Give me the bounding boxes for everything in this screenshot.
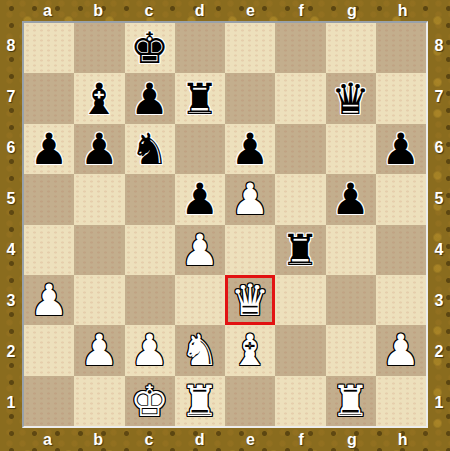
square-g2[interactable] bbox=[326, 325, 376, 375]
rank-labels-left: 87654321 bbox=[0, 21, 22, 428]
square-g5[interactable]: ♟ bbox=[326, 174, 376, 224]
square-b1[interactable] bbox=[74, 376, 124, 426]
rank-label-4: 4 bbox=[428, 225, 450, 276]
square-h2[interactable]: ♟ bbox=[376, 325, 426, 375]
piece-black-pawn[interactable]: ♟ bbox=[80, 124, 119, 174]
rank-label-5: 5 bbox=[428, 174, 450, 225]
square-e7[interactable] bbox=[225, 73, 275, 123]
square-g4[interactable] bbox=[326, 225, 376, 275]
square-b5[interactable] bbox=[74, 174, 124, 224]
square-d4[interactable]: ♟ bbox=[175, 225, 225, 275]
square-d7[interactable]: ♜ bbox=[175, 73, 225, 123]
piece-black-bishop[interactable]: ♝ bbox=[80, 74, 119, 124]
rank-label-7: 7 bbox=[0, 72, 22, 123]
square-b6[interactable]: ♟ bbox=[74, 124, 124, 174]
file-label-b: b bbox=[73, 428, 124, 451]
square-a8[interactable] bbox=[24, 23, 74, 73]
piece-white-pawn[interactable]: ♟ bbox=[30, 275, 69, 325]
rank-label-6: 6 bbox=[428, 123, 450, 174]
rank-label-1: 1 bbox=[428, 377, 450, 428]
square-d2[interactable]: ♞ bbox=[175, 325, 225, 375]
square-c1[interactable]: ♚ bbox=[125, 376, 175, 426]
rank-label-6: 6 bbox=[0, 123, 22, 174]
file-label-a: a bbox=[22, 428, 73, 451]
file-label-g: g bbox=[327, 0, 378, 21]
piece-white-bishop[interactable]: ♝ bbox=[231, 325, 270, 375]
square-g1[interactable]: ♜ bbox=[326, 376, 376, 426]
square-g3[interactable] bbox=[326, 275, 376, 325]
square-h8[interactable] bbox=[376, 23, 426, 73]
square-e2[interactable]: ♝ bbox=[225, 325, 275, 375]
piece-black-pawn[interactable]: ♟ bbox=[181, 174, 220, 224]
piece-black-pawn[interactable]: ♟ bbox=[382, 124, 421, 174]
square-h1[interactable] bbox=[376, 376, 426, 426]
piece-white-king[interactable]: ♚ bbox=[130, 376, 169, 426]
square-e6[interactable]: ♟ bbox=[225, 124, 275, 174]
square-a6[interactable]: ♟ bbox=[24, 124, 74, 174]
square-f2[interactable] bbox=[275, 325, 325, 375]
piece-white-rook[interactable]: ♜ bbox=[181, 376, 220, 426]
square-a5[interactable] bbox=[24, 174, 74, 224]
square-c4[interactable] bbox=[125, 225, 175, 275]
square-d5[interactable]: ♟ bbox=[175, 174, 225, 224]
square-h5[interactable] bbox=[376, 174, 426, 224]
piece-black-pawn[interactable]: ♟ bbox=[130, 74, 169, 124]
square-h3[interactable] bbox=[376, 275, 426, 325]
file-label-b: b bbox=[73, 0, 124, 21]
square-b8[interactable] bbox=[74, 23, 124, 73]
square-e8[interactable] bbox=[225, 23, 275, 73]
rank-label-1: 1 bbox=[0, 377, 22, 428]
file-labels-bottom: abcdefgh bbox=[22, 428, 428, 451]
square-d3[interactable] bbox=[175, 275, 225, 325]
file-label-e: e bbox=[225, 428, 276, 451]
square-b3[interactable] bbox=[74, 275, 124, 325]
file-label-f: f bbox=[276, 0, 327, 21]
chessboard-frame: abcdefgh abcdefgh 87654321 87654321 ♚♝♟♜… bbox=[0, 0, 450, 451]
piece-white-queen[interactable]: ♛ bbox=[231, 275, 270, 325]
square-f3[interactable] bbox=[275, 275, 325, 325]
square-d6[interactable] bbox=[175, 124, 225, 174]
square-e1[interactable] bbox=[225, 376, 275, 426]
file-label-f: f bbox=[276, 428, 327, 451]
file-labels-top: abcdefgh bbox=[22, 0, 428, 21]
file-label-c: c bbox=[124, 0, 175, 21]
rank-label-8: 8 bbox=[428, 21, 450, 72]
piece-black-pawn[interactable]: ♟ bbox=[331, 174, 370, 224]
rank-label-2: 2 bbox=[428, 326, 450, 377]
square-f7[interactable] bbox=[275, 73, 325, 123]
piece-white-knight[interactable]: ♞ bbox=[181, 325, 220, 375]
piece-white-pawn[interactable]: ♟ bbox=[231, 174, 270, 224]
square-h6[interactable]: ♟ bbox=[376, 124, 426, 174]
piece-black-pawn[interactable]: ♟ bbox=[231, 124, 270, 174]
piece-black-knight[interactable]: ♞ bbox=[130, 124, 169, 174]
piece-black-rook[interactable]: ♜ bbox=[181, 74, 220, 124]
rank-label-2: 2 bbox=[0, 326, 22, 377]
square-d1[interactable]: ♜ bbox=[175, 376, 225, 426]
square-c6[interactable]: ♞ bbox=[125, 124, 175, 174]
piece-white-pawn[interactable]: ♟ bbox=[130, 325, 169, 375]
piece-black-pawn[interactable]: ♟ bbox=[30, 124, 69, 174]
square-c7[interactable]: ♟ bbox=[125, 73, 175, 123]
square-c5[interactable] bbox=[125, 174, 175, 224]
file-label-g: g bbox=[327, 428, 378, 451]
rank-label-5: 5 bbox=[0, 174, 22, 225]
piece-white-pawn[interactable]: ♟ bbox=[382, 325, 421, 375]
square-a1[interactable] bbox=[24, 376, 74, 426]
square-f8[interactable] bbox=[275, 23, 325, 73]
square-b2[interactable]: ♟ bbox=[74, 325, 124, 375]
square-c2[interactable]: ♟ bbox=[125, 325, 175, 375]
file-label-h: h bbox=[377, 428, 428, 451]
square-g8[interactable] bbox=[326, 23, 376, 73]
square-f5[interactable] bbox=[275, 174, 325, 224]
square-c3[interactable] bbox=[125, 275, 175, 325]
square-b7[interactable]: ♝ bbox=[74, 73, 124, 123]
square-g7[interactable]: ♛ bbox=[326, 73, 376, 123]
square-c8[interactable]: ♚ bbox=[125, 23, 175, 73]
square-e4[interactable] bbox=[225, 225, 275, 275]
square-a3[interactable]: ♟ bbox=[24, 275, 74, 325]
file-label-h: h bbox=[377, 0, 428, 21]
piece-black-king[interactable]: ♚ bbox=[130, 23, 169, 73]
rank-label-7: 7 bbox=[428, 72, 450, 123]
square-f4[interactable]: ♜ bbox=[275, 225, 325, 275]
square-a2[interactable] bbox=[24, 325, 74, 375]
square-a7[interactable] bbox=[24, 73, 74, 123]
square-f1[interactable] bbox=[275, 376, 325, 426]
rank-label-4: 4 bbox=[0, 225, 22, 276]
piece-white-pawn[interactable]: ♟ bbox=[181, 225, 220, 275]
rank-label-3: 3 bbox=[0, 275, 22, 326]
square-d8[interactable] bbox=[175, 23, 225, 73]
file-label-d: d bbox=[174, 0, 225, 21]
rank-labels-right: 87654321 bbox=[428, 21, 450, 428]
rank-label-8: 8 bbox=[0, 21, 22, 72]
square-h7[interactable] bbox=[376, 73, 426, 123]
file-label-e: e bbox=[225, 0, 276, 21]
square-f6[interactable] bbox=[275, 124, 325, 174]
square-h4[interactable] bbox=[376, 225, 426, 275]
file-label-d: d bbox=[174, 428, 225, 451]
file-label-a: a bbox=[22, 0, 73, 21]
square-b4[interactable] bbox=[74, 225, 124, 275]
square-e5[interactable]: ♟ bbox=[225, 174, 275, 224]
square-e3[interactable]: ♛ bbox=[225, 275, 275, 325]
file-label-c: c bbox=[124, 428, 175, 451]
piece-black-rook[interactable]: ♜ bbox=[281, 225, 320, 275]
square-g6[interactable] bbox=[326, 124, 376, 174]
rank-label-3: 3 bbox=[428, 275, 450, 326]
piece-white-pawn[interactable]: ♟ bbox=[80, 325, 119, 375]
piece-white-rook[interactable]: ♜ bbox=[331, 376, 370, 426]
square-a4[interactable] bbox=[24, 225, 74, 275]
board: ♚♝♟♜♛♟♟♞♟♟♟♟♟♟♜♟♛♟♟♞♝♟♚♜♜ bbox=[22, 21, 428, 428]
piece-black-queen[interactable]: ♛ bbox=[331, 74, 370, 124]
